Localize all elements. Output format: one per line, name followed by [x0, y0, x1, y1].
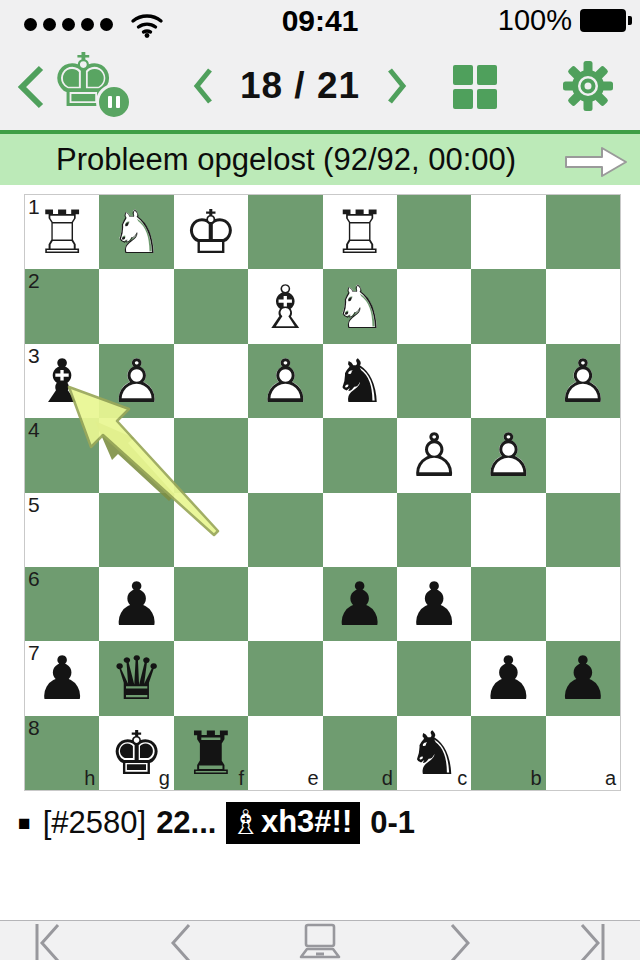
white-knight-piece[interactable]: ♞♘ — [328, 275, 392, 339]
black-pawn-piece[interactable]: ♟ — [402, 572, 466, 636]
black-knight-piece[interactable]: ♞ — [402, 721, 466, 785]
move-annotation: ■ [#2580] 22... ♗ xh3#!! 0-1 — [18, 798, 628, 848]
square-f8[interactable]: f♜ — [174, 716, 248, 790]
square-e2[interactable]: ♝♗ — [248, 269, 322, 343]
square-a4[interactable] — [546, 418, 620, 492]
square-f1[interactable]: ♚♔ — [174, 195, 248, 269]
white-rook-piece[interactable]: ♜♖ — [30, 200, 94, 264]
square-h6[interactable]: 6 — [25, 567, 99, 641]
app-logo-icon[interactable]: ♚ — [50, 44, 130, 128]
square-d4[interactable] — [323, 418, 397, 492]
skip-to-start-button[interactable] — [34, 923, 64, 960]
black-pawn-piece[interactable]: ♟ — [476, 646, 540, 710]
square-b3[interactable] — [471, 344, 545, 418]
square-h1[interactable]: 1♜♖ — [25, 195, 99, 269]
square-b1[interactable] — [471, 195, 545, 269]
square-g8[interactable]: g♚ — [99, 716, 173, 790]
black-bishop-piece[interactable]: ♝ — [30, 349, 94, 413]
square-f5[interactable] — [174, 493, 248, 567]
square-e1[interactable] — [248, 195, 322, 269]
rank-label: 2 — [28, 270, 40, 291]
chess-board[interactable]: 1♜♖♞♘♚♔♜♖2♝♗♞♘3♝♟♙♟♙♞♟♙4♟♙♟♙56♟♟♟7♟♛♟♟8h… — [25, 195, 620, 790]
square-f3[interactable] — [174, 344, 248, 418]
square-e3[interactable]: ♟♙ — [248, 344, 322, 418]
square-g2[interactable] — [99, 269, 173, 343]
black-pawn-piece[interactable]: ♟ — [551, 646, 615, 710]
square-f2[interactable] — [174, 269, 248, 343]
status-bar: 09:41 100% — [0, 0, 640, 42]
square-d2[interactable]: ♞♘ — [323, 269, 397, 343]
black-king-piece[interactable]: ♚ — [105, 721, 169, 785]
square-f6[interactable] — [174, 567, 248, 641]
white-pawn-piece[interactable]: ♟♙ — [105, 349, 169, 413]
square-f7[interactable] — [174, 641, 248, 715]
chess-board-area: 1♜♖♞♘♚♔♜♖2♝♗♞♘3♝♟♙♟♙♞♟♙4♟♙♟♙56♟♟♟7♟♛♟♟8h… — [24, 194, 621, 791]
square-g5[interactable] — [99, 493, 173, 567]
black-rook-piece[interactable]: ♜ — [179, 721, 243, 785]
white-pawn-piece[interactable]: ♟♙ — [551, 349, 615, 413]
file-label: b — [531, 768, 542, 788]
rank-label: 4 — [28, 419, 40, 440]
battery-percent: 100% — [498, 4, 572, 37]
highlighted-move[interactable]: ♗ xh3#!! — [226, 802, 360, 844]
black-pawn-piece[interactable]: ♟ — [105, 572, 169, 636]
square-e7[interactable] — [248, 641, 322, 715]
square-e6[interactable] — [248, 567, 322, 641]
square-a8[interactable]: a — [546, 716, 620, 790]
square-h3[interactable]: 3♝ — [25, 344, 99, 418]
computer-analysis-button[interactable] — [297, 923, 343, 960]
square-c8[interactable]: c♞ — [397, 716, 471, 790]
square-c5[interactable] — [397, 493, 471, 567]
result-banner: Probleem opgelost (92/92, 00:00) — [0, 130, 640, 185]
square-h5[interactable]: 5 — [25, 493, 99, 567]
square-c7[interactable] — [397, 641, 471, 715]
file-label: d — [382, 768, 393, 788]
square-h2[interactable]: 2 — [25, 269, 99, 343]
step-back-button[interactable] — [170, 923, 192, 960]
white-pawn-piece[interactable]: ♟♙ — [402, 423, 466, 487]
square-a7[interactable]: ♟ — [546, 641, 620, 715]
square-b4[interactable]: ♟♙ — [471, 418, 545, 492]
square-b8[interactable]: b — [471, 716, 545, 790]
bishop-icon: ♗ — [230, 803, 260, 841]
square-c3[interactable] — [397, 344, 471, 418]
square-a5[interactable] — [546, 493, 620, 567]
back-chevron-button[interactable] — [16, 64, 46, 110]
square-c4[interactable]: ♟♙ — [397, 418, 471, 492]
square-d6[interactable]: ♟ — [323, 567, 397, 641]
file-label: a — [605, 768, 616, 788]
result-banner-text: Probleem opgelost (92/92, 00:00) — [56, 142, 516, 178]
file-label: h — [84, 768, 95, 788]
settings-gear-button[interactable] — [562, 60, 614, 112]
rank-label: 6 — [28, 568, 40, 589]
square-b2[interactable] — [471, 269, 545, 343]
black-queen-piece[interactable]: ♛ — [105, 646, 169, 710]
square-d1[interactable]: ♜♖ — [323, 195, 397, 269]
black-pawn-piece[interactable]: ♟ — [328, 572, 392, 636]
square-d5[interactable] — [323, 493, 397, 567]
black-pawn-piece[interactable]: ♟ — [30, 646, 94, 710]
square-h8[interactable]: 8h — [25, 716, 99, 790]
file-label: e — [307, 768, 318, 788]
square-e5[interactable] — [248, 493, 322, 567]
nav-bar: ♚ 18 / 21 — [0, 42, 640, 130]
square-e4[interactable] — [248, 418, 322, 492]
square-g6[interactable]: ♟ — [99, 567, 173, 641]
previous-puzzle-button[interactable] — [192, 67, 214, 105]
square-h4[interactable]: 4 — [25, 418, 99, 492]
bottom-toolbar — [0, 920, 640, 960]
square-c2[interactable] — [397, 269, 471, 343]
square-b5[interactable] — [471, 493, 545, 567]
square-a3[interactable]: ♟♙ — [546, 344, 620, 418]
rank-label: 5 — [28, 494, 40, 515]
white-pawn-piece[interactable]: ♟♙ — [253, 349, 317, 413]
white-bishop-piece[interactable]: ♝♗ — [253, 275, 317, 339]
skip-to-end-button[interactable] — [576, 923, 606, 960]
next-puzzle-button[interactable] — [386, 67, 408, 105]
next-arrow-button[interactable] — [564, 146, 628, 178]
square-g4[interactable] — [99, 418, 173, 492]
square-f4[interactable] — [174, 418, 248, 492]
move-text: xh3#!! — [261, 804, 352, 840]
white-rook-piece[interactable]: ♜♖ — [328, 200, 392, 264]
black-to-move-indicator: ■ — [18, 811, 31, 835]
square-b7[interactable]: ♟ — [471, 641, 545, 715]
square-d3[interactable]: ♞ — [323, 344, 397, 418]
square-g1[interactable]: ♞♘ — [99, 195, 173, 269]
square-d8[interactable]: d — [323, 716, 397, 790]
white-knight-piece[interactable]: ♞♘ — [105, 200, 169, 264]
square-c1[interactable] — [397, 195, 471, 269]
white-king-piece[interactable]: ♚♔ — [179, 200, 243, 264]
black-knight-piece[interactable]: ♞ — [328, 349, 392, 413]
square-g3[interactable]: ♟♙ — [99, 344, 173, 418]
white-pawn-piece[interactable]: ♟♙ — [476, 423, 540, 487]
square-g7[interactable]: ♛ — [99, 641, 173, 715]
move-number: 22... — [156, 805, 216, 841]
square-d7[interactable] — [323, 641, 397, 715]
square-b6[interactable] — [471, 567, 545, 641]
puzzle-grid-button[interactable] — [452, 64, 498, 110]
problem-id: [#2580] — [43, 805, 146, 841]
square-h7[interactable]: 7♟ — [25, 641, 99, 715]
puzzle-counter: 18 / 21 — [240, 65, 360, 107]
square-e8[interactable]: e — [248, 716, 322, 790]
square-a1[interactable] — [546, 195, 620, 269]
square-a6[interactable] — [546, 567, 620, 641]
pause-badge-icon — [96, 84, 132, 120]
battery-icon — [580, 9, 626, 32]
rank-label: 8 — [28, 717, 40, 738]
square-a2[interactable] — [546, 269, 620, 343]
square-c6[interactable]: ♟ — [397, 567, 471, 641]
step-forward-button[interactable] — [449, 923, 471, 960]
game-result: 0-1 — [370, 805, 415, 841]
